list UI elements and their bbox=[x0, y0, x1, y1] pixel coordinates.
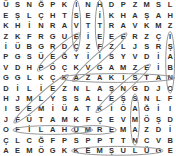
grid-cell[interactable]: A bbox=[129, 125, 141, 135]
grid-cell[interactable]: Z bbox=[0, 31, 12, 41]
grid-cell[interactable]: E bbox=[0, 10, 12, 20]
grid-cell[interactable]: L bbox=[35, 94, 47, 104]
grid-cell[interactable]: G bbox=[12, 73, 24, 83]
grid-cell[interactable]: A bbox=[47, 114, 59, 124]
grid-cell[interactable]: Z bbox=[82, 73, 94, 83]
grid-cell[interactable]: E bbox=[12, 146, 24, 156]
grid-cell[interactable]: V bbox=[82, 62, 94, 72]
grid-cell[interactable]: A bbox=[0, 146, 12, 156]
grid-cell[interactable]: F bbox=[12, 125, 24, 135]
grid-cell[interactable]: İ bbox=[153, 104, 165, 114]
grid-cell[interactable]: D bbox=[12, 62, 24, 72]
grid-cell[interactable]: Ş bbox=[106, 146, 118, 156]
grid-cell[interactable]: T bbox=[59, 10, 71, 20]
grid-cell[interactable]: M bbox=[141, 0, 153, 10]
grid-cell[interactable]: İ bbox=[153, 52, 165, 62]
grid-cell[interactable]: A bbox=[70, 73, 82, 83]
grid-cell[interactable]: İ bbox=[0, 42, 12, 52]
grid-cell[interactable]: L bbox=[164, 0, 176, 10]
grid-cell[interactable]: Z bbox=[59, 83, 71, 93]
grid-cell[interactable]: D bbox=[141, 52, 153, 62]
grid-cell[interactable]: E bbox=[117, 31, 129, 41]
grid-cell[interactable]: L bbox=[35, 125, 47, 135]
grid-cell[interactable]: Ü bbox=[59, 104, 71, 114]
grid-cell[interactable]: S bbox=[59, 94, 71, 104]
grid-cell[interactable]: P bbox=[35, 62, 47, 72]
grid-cell[interactable]: Z bbox=[129, 62, 141, 72]
grid-cell[interactable]: H bbox=[59, 125, 71, 135]
grid-cell[interactable]: T bbox=[117, 135, 129, 145]
grid-cell[interactable]: A bbox=[153, 10, 165, 20]
grid-cell[interactable]: G bbox=[129, 83, 141, 93]
grid-cell[interactable]: K bbox=[59, 0, 71, 10]
grid-cell[interactable]: M bbox=[23, 146, 35, 156]
grid-cell[interactable]: D bbox=[59, 42, 71, 52]
grid-cell[interactable]: P bbox=[47, 0, 59, 10]
grid-cell[interactable]: N bbox=[164, 73, 176, 83]
grid-cell[interactable]: R bbox=[106, 21, 118, 31]
grid-cell[interactable]: D bbox=[0, 83, 12, 93]
grid-cell[interactable]: Ö bbox=[141, 114, 153, 124]
grid-cell[interactable]: U bbox=[59, 31, 71, 41]
grid-cell[interactable]: Ö bbox=[47, 62, 59, 72]
grid-cell[interactable]: A bbox=[129, 104, 141, 114]
grid-cell[interactable]: S bbox=[23, 52, 35, 62]
grid-cell[interactable]: V bbox=[0, 62, 12, 72]
grid-cell[interactable]: A bbox=[47, 125, 59, 135]
grid-cell[interactable]: A bbox=[70, 104, 82, 114]
grid-cell[interactable]: E bbox=[106, 114, 118, 124]
grid-cell[interactable]: N bbox=[117, 83, 129, 93]
grid-cell[interactable]: Z bbox=[141, 31, 153, 41]
grid-cell[interactable]: İ bbox=[47, 104, 59, 114]
grid-cell[interactable]: G bbox=[47, 146, 59, 156]
grid-cell[interactable]: Ş bbox=[106, 83, 118, 93]
grid-cell[interactable]: L bbox=[117, 42, 129, 52]
grid-cell[interactable]: N bbox=[70, 83, 82, 93]
grid-cell[interactable]: M bbox=[129, 114, 141, 124]
grid-cell[interactable]: G bbox=[12, 52, 24, 62]
grid-cell[interactable]: A bbox=[59, 21, 71, 31]
grid-cell[interactable]: İ bbox=[82, 52, 94, 62]
grid-cell[interactable]: A bbox=[164, 52, 176, 62]
grid-cell[interactable]: İ bbox=[94, 52, 106, 62]
grid-cell[interactable]: H bbox=[23, 62, 35, 72]
grid-cell[interactable]: J bbox=[0, 114, 12, 124]
grid-cell[interactable]: B bbox=[164, 135, 176, 145]
grid-cell[interactable]: K bbox=[70, 62, 82, 72]
grid-cell[interactable]: T bbox=[106, 135, 118, 145]
grid-cell[interactable]: L bbox=[82, 83, 94, 93]
grid-cell[interactable]: I bbox=[164, 31, 176, 41]
grid-cell[interactable]: K bbox=[106, 10, 118, 20]
grid-cell[interactable]: H bbox=[47, 10, 59, 20]
grid-cell[interactable]: L bbox=[129, 146, 141, 156]
grid-cell[interactable]: Y bbox=[117, 52, 129, 62]
grid-cell[interactable]: K bbox=[12, 31, 24, 41]
grid-cell[interactable]: N bbox=[141, 94, 153, 104]
grid-cell[interactable]: İ bbox=[35, 83, 47, 93]
grid-cell[interactable]: İ bbox=[23, 21, 35, 31]
grid-cell[interactable]: D bbox=[141, 83, 153, 93]
grid-cell[interactable]: F bbox=[47, 135, 59, 145]
grid-cell[interactable]: G bbox=[153, 146, 165, 156]
grid-cell[interactable]: D bbox=[164, 114, 176, 124]
grid-cell[interactable]: E bbox=[23, 104, 35, 114]
grid-cell[interactable]: Ğ bbox=[35, 135, 47, 145]
grid-cell[interactable]: H bbox=[164, 10, 176, 20]
grid-cell[interactable]: O bbox=[164, 83, 176, 93]
grid-cell[interactable]: H bbox=[0, 94, 12, 104]
grid-cell[interactable]: L bbox=[23, 83, 35, 93]
grid-cell[interactable]: K bbox=[70, 146, 82, 156]
grid-cell[interactable]: E bbox=[82, 10, 94, 20]
grid-cell[interactable]: P bbox=[117, 0, 129, 10]
word-search-puzzle: ÜSNĞPKİNHDPZMSLEŞLÇHTSEİKHAŞAHKHİNRAVTTR… bbox=[0, 0, 176, 156]
grid-cell[interactable]: V bbox=[129, 52, 141, 62]
grid-cell[interactable]: Z bbox=[164, 21, 176, 31]
grid-cell[interactable]: İ bbox=[23, 125, 35, 135]
grid-cell[interactable]: E bbox=[47, 83, 59, 93]
grid-cell[interactable]: O bbox=[0, 125, 12, 135]
grid-cell[interactable]: İ bbox=[106, 104, 118, 114]
grid-cell[interactable]: Y bbox=[47, 94, 59, 104]
grid-cell[interactable]: J bbox=[153, 83, 165, 93]
grid-cell[interactable]: B bbox=[23, 42, 35, 52]
grid-cell[interactable]: Ü bbox=[12, 42, 24, 52]
grid-cell[interactable]: R bbox=[35, 31, 47, 41]
grid-cell[interactable]: K bbox=[59, 73, 71, 83]
grid-cell[interactable]: J bbox=[12, 94, 24, 104]
grid-cell[interactable]: Ş bbox=[153, 114, 165, 124]
grid-cell[interactable]: Ç bbox=[35, 10, 47, 20]
grid-cell[interactable]: Ğ bbox=[59, 52, 71, 62]
grid-cell[interactable]: L bbox=[23, 73, 35, 83]
grid-cell[interactable]: E bbox=[70, 31, 82, 41]
grid-cell[interactable]: N bbox=[23, 0, 35, 10]
grid-cell[interactable]: Ü bbox=[117, 146, 129, 156]
grid-cell[interactable]: F bbox=[94, 42, 106, 52]
grid-cell[interactable]: Ç bbox=[153, 31, 165, 41]
grid-cell[interactable]: R bbox=[47, 42, 59, 52]
grid-cell[interactable]: Ö bbox=[117, 104, 129, 114]
grid-cell[interactable]: L bbox=[23, 10, 35, 20]
grid-cell[interactable]: T bbox=[82, 104, 94, 114]
grid-cell[interactable]: Z bbox=[82, 42, 94, 52]
grid-cell[interactable]: A bbox=[106, 62, 118, 72]
grid-cell[interactable]: P bbox=[59, 135, 71, 145]
grid-cell[interactable]: K bbox=[141, 21, 153, 31]
grid-cell[interactable]: S bbox=[141, 42, 153, 52]
grid-cell[interactable]: İ bbox=[12, 83, 24, 93]
grid-cell[interactable]: Ş bbox=[117, 94, 129, 104]
grid-cell[interactable]: K bbox=[0, 21, 12, 31]
grid-cell[interactable]: K bbox=[106, 73, 118, 83]
grid-cell[interactable]: İ bbox=[94, 10, 106, 20]
grid-cell[interactable]: D bbox=[153, 125, 165, 135]
grid-cell[interactable]: F bbox=[164, 94, 176, 104]
grid-cell[interactable]: F bbox=[82, 114, 94, 124]
grid-cell[interactable]: M bbox=[117, 125, 129, 135]
grid-cell[interactable]: S bbox=[129, 73, 141, 83]
grid-cell[interactable]: D bbox=[106, 0, 118, 10]
grid-cell[interactable]: T bbox=[94, 21, 106, 31]
grid-cell[interactable]: S bbox=[12, 104, 24, 114]
grid-cell[interactable]: P bbox=[94, 135, 106, 145]
grid-cell[interactable]: Ü bbox=[23, 114, 35, 124]
grid-cell[interactable]: Ç bbox=[47, 73, 59, 83]
grid-cell[interactable]: G bbox=[0, 73, 12, 83]
grid-cell[interactable]: Ş bbox=[12, 10, 24, 20]
letter-grid: ÜSNĞPKİNHDPZMSLEŞLÇHTSEİKHAŞAHKHİNRAVTTR… bbox=[0, 0, 176, 156]
grid-cell[interactable]: M bbox=[94, 146, 106, 156]
grid-cell[interactable]: Ü bbox=[35, 52, 47, 62]
grid-cell[interactable]: Ş bbox=[141, 10, 153, 20]
grid-cell[interactable]: İ bbox=[153, 62, 165, 72]
grid-cell[interactable]: Ğ bbox=[141, 104, 153, 114]
grid-cell[interactable]: C bbox=[23, 135, 35, 145]
grid-cell[interactable]: Ö bbox=[35, 146, 47, 156]
grid-cell[interactable]: S bbox=[70, 135, 82, 145]
grid-cell[interactable]: İ bbox=[82, 31, 94, 41]
grid-cell[interactable]: H bbox=[117, 10, 129, 20]
grid-cell[interactable]: A bbox=[94, 83, 106, 93]
grid-cell[interactable]: Ç bbox=[70, 42, 82, 52]
grid-cell[interactable]: E bbox=[106, 125, 118, 135]
grid-cell[interactable]: L bbox=[153, 94, 165, 104]
grid-cell[interactable]: F bbox=[23, 31, 35, 41]
grid-cell[interactable]: Ü bbox=[0, 0, 12, 10]
grid-cell[interactable]: M bbox=[153, 21, 165, 31]
grid-cell[interactable]: V bbox=[129, 21, 141, 31]
grid-cell[interactable]: R bbox=[47, 21, 59, 31]
grid-cell[interactable]: Z bbox=[129, 0, 141, 10]
grid-cell[interactable]: T bbox=[35, 114, 47, 124]
grid-cell[interactable]: A bbox=[82, 94, 94, 104]
grid-cell[interactable]: G bbox=[35, 42, 47, 52]
grid-cell[interactable]: T bbox=[82, 21, 94, 31]
grid-cell[interactable]: Y bbox=[70, 52, 82, 62]
grid-cell[interactable]: G bbox=[94, 62, 106, 72]
grid-cell[interactable]: V bbox=[153, 135, 165, 145]
grid-cell[interactable]: M bbox=[82, 125, 94, 135]
grid-cell[interactable]: H bbox=[94, 0, 106, 10]
grid-cell[interactable]: İ bbox=[164, 125, 176, 135]
grid-cell[interactable]: E bbox=[106, 94, 118, 104]
grid-cell[interactable]: K bbox=[70, 114, 82, 124]
grid-cell[interactable]: Ü bbox=[141, 146, 153, 156]
grid-cell[interactable]: M bbox=[59, 114, 71, 124]
grid-cell[interactable]: R bbox=[94, 125, 106, 135]
grid-cell[interactable]: İ bbox=[117, 73, 129, 83]
grid-cell[interactable]: S bbox=[12, 0, 24, 10]
grid-cell[interactable]: Ğ bbox=[35, 0, 47, 10]
grid-cell[interactable]: I bbox=[0, 104, 12, 114]
grid-cell[interactable]: Ç bbox=[59, 62, 71, 72]
grid-cell[interactable]: I bbox=[164, 104, 176, 114]
grid-cell[interactable]: A bbox=[153, 73, 165, 83]
grid-cell[interactable]: E bbox=[94, 31, 106, 41]
grid-cell[interactable]: Z bbox=[141, 125, 153, 135]
grid-cell[interactable]: C bbox=[141, 135, 153, 145]
grid-cell[interactable]: Ş bbox=[164, 42, 176, 52]
grid-cell[interactable]: T bbox=[141, 73, 153, 83]
grid-cell[interactable]: F bbox=[12, 114, 24, 124]
grid-cell[interactable]: Z bbox=[106, 42, 118, 52]
grid-cell[interactable]: E bbox=[82, 146, 94, 156]
grid-cell[interactable]: M bbox=[23, 94, 35, 104]
grid-cell[interactable]: A bbox=[117, 21, 129, 31]
grid-cell[interactable]: S bbox=[153, 0, 165, 10]
grid-cell[interactable]: E bbox=[141, 62, 153, 72]
grid-cell[interactable]: P bbox=[0, 52, 12, 62]
grid-cell[interactable]: U bbox=[70, 125, 82, 135]
grid-cell[interactable]: E bbox=[47, 52, 59, 62]
grid-cell[interactable]: Ç bbox=[0, 135, 12, 145]
grid-cell[interactable]: G bbox=[47, 31, 59, 41]
grid-cell[interactable]: H bbox=[12, 21, 24, 31]
grid-cell[interactable]: L bbox=[94, 94, 106, 104]
grid-cell[interactable]: A bbox=[94, 73, 106, 83]
grid-cell[interactable]: L bbox=[12, 135, 24, 145]
grid-cell[interactable]: N bbox=[82, 0, 94, 10]
grid-cell[interactable]: E bbox=[106, 31, 118, 41]
grid-cell[interactable]: R bbox=[129, 31, 141, 41]
grid-cell[interactable]: A bbox=[129, 10, 141, 20]
grid-cell[interactable]: R bbox=[153, 42, 165, 52]
grid-cell[interactable]: V bbox=[70, 21, 82, 31]
grid-cell[interactable]: S bbox=[129, 94, 141, 104]
grid-cell[interactable]: V bbox=[117, 114, 129, 124]
grid-cell[interactable]: K bbox=[94, 104, 106, 114]
grid-cell[interactable]: M bbox=[35, 104, 47, 114]
grid-cell[interactable]: S bbox=[106, 52, 118, 62]
grid-cell[interactable]: K bbox=[35, 73, 47, 83]
grid-cell[interactable]: Ç bbox=[94, 114, 106, 124]
grid-cell[interactable]: E bbox=[164, 146, 176, 156]
grid-cell[interactable]: N bbox=[35, 21, 47, 31]
grid-cell[interactable]: P bbox=[82, 135, 94, 145]
grid-cell[interactable]: S bbox=[70, 94, 82, 104]
grid-cell[interactable]: J bbox=[129, 42, 141, 52]
grid-cell[interactable]: K bbox=[59, 146, 71, 156]
grid-cell[interactable]: S bbox=[70, 10, 82, 20]
grid-cell[interactable]: N bbox=[129, 135, 141, 145]
grid-cell[interactable]: İ bbox=[70, 0, 82, 10]
grid-cell[interactable]: M bbox=[117, 62, 129, 72]
grid-cell[interactable]: B bbox=[164, 62, 176, 72]
